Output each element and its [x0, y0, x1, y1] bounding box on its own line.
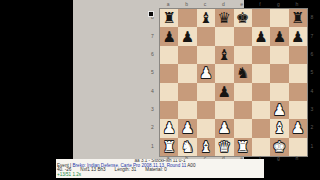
material-balance: Material: 0 — [145, 168, 166, 173]
black-queen: ♛ — [218, 9, 231, 27]
white-rook: ♜ — [162, 138, 175, 156]
white-bishop: ♝ — [273, 119, 286, 137]
square-c2[interactable] — [197, 119, 215, 137]
square-f1[interactable] — [252, 138, 270, 156]
square-g1[interactable]: ♚ — [270, 138, 288, 156]
rank-label-4: 4 — [308, 82, 316, 100]
square-e8[interactable]: ♚ — [234, 9, 252, 27]
square-c7[interactable] — [197, 27, 215, 45]
file-label-a: a — [159, 1, 177, 7]
file-labels-top: abcdefgh — [159, 1, 306, 7]
board-panel: abcdefgh 87654321 ♜♝♛♚♜♟♟♟♟♟♝♟♞♟♟♟♟♟♝♟♜♞… — [73, 0, 244, 159]
square-d2[interactable]: ♟ — [215, 119, 233, 137]
file-label-b: b — [177, 1, 195, 7]
square-c5[interactable]: ♟ — [197, 64, 215, 82]
square-a4[interactable] — [160, 83, 178, 101]
white-bishop: ♝ — [199, 138, 212, 156]
square-g6[interactable] — [270, 46, 288, 64]
square-h8[interactable]: ♜ — [289, 9, 307, 27]
square-h7[interactable]: ♟ — [289, 27, 307, 45]
black-rook: ♜ — [291, 9, 304, 27]
square-g4[interactable] — [270, 83, 288, 101]
white-pawn: ♟ — [218, 119, 231, 137]
square-e6[interactable] — [234, 46, 252, 64]
square-f5[interactable] — [252, 64, 270, 82]
rank-label-1: 1 — [147, 137, 158, 155]
file-label-c: c — [196, 1, 214, 7]
video-frame: abcdefgh 87654321 ♜♝♛♚♜♟♟♟♟♟♝♟♞♟♟♟♟♟♝♟♜♞… — [0, 0, 320, 180]
square-a1[interactable]: ♜ — [160, 138, 178, 156]
white-pawn: ♟ — [181, 119, 194, 137]
white-king: ♚ — [273, 138, 286, 156]
square-f6[interactable] — [252, 46, 270, 64]
black-pawn: ♟ — [181, 28, 194, 46]
square-g8[interactable] — [270, 9, 288, 27]
black-king: ♚ — [236, 9, 249, 27]
file-label-f: f — [251, 1, 269, 7]
square-a7[interactable]: ♟ — [160, 27, 178, 45]
square-e5[interactable]: ♞ — [234, 64, 252, 82]
square-b1[interactable]: ♞ — [178, 138, 196, 156]
white-pawn: ♟ — [162, 119, 175, 137]
square-b2[interactable]: ♟ — [178, 119, 196, 137]
file-label-g: g — [269, 155, 287, 161]
square-b6[interactable] — [178, 46, 196, 64]
black-rook: ♜ — [162, 9, 175, 27]
square-d6[interactable]: ♝ — [215, 46, 233, 64]
white-queen: ♛ — [218, 138, 231, 156]
square-f4[interactable] — [252, 83, 270, 101]
rank-labels-left: 87654321 — [147, 8, 158, 155]
rank-label-5: 5 — [147, 63, 158, 81]
rank-label-7: 7 — [147, 26, 158, 44]
square-e1[interactable]: ♜ — [234, 138, 252, 156]
black-pawn: ♟ — [291, 28, 304, 46]
square-d8[interactable]: ♛ — [215, 9, 233, 27]
black-knight: ♞ — [236, 64, 249, 82]
square-f3[interactable] — [252, 101, 270, 119]
white-rook: ♜ — [236, 138, 249, 156]
rank-labels-right: 87654321 — [308, 8, 316, 155]
rank-label-6: 6 — [308, 45, 316, 63]
event-eco-code: A00 — [186, 163, 195, 168]
square-g5[interactable] — [270, 64, 288, 82]
rank-label-5: 5 — [308, 63, 316, 81]
rank-label-6: 6 — [147, 45, 158, 63]
square-e7[interactable] — [234, 27, 252, 45]
file-label-e: e — [233, 1, 251, 7]
file-label-g: g — [269, 1, 287, 7]
square-c3[interactable] — [197, 101, 215, 119]
file-label-d: d — [214, 1, 232, 7]
rank-label-3: 3 — [147, 100, 158, 118]
square-b7[interactable]: ♟ — [178, 27, 196, 45]
rank-label-4: 4 — [147, 82, 158, 100]
square-g7[interactable]: ♟ — [270, 27, 288, 45]
square-h6[interactable] — [289, 46, 307, 64]
black-pawn: ♟ — [254, 28, 267, 46]
square-b3[interactable] — [178, 101, 196, 119]
side-to-move-indicator — [148, 11, 154, 17]
white-pawn: ♟ — [199, 64, 212, 82]
white-pawn: ♟ — [291, 119, 304, 137]
square-d4[interactable]: ♟ — [215, 83, 233, 101]
square-c6[interactable] — [197, 46, 215, 64]
file-label-h: h — [288, 155, 306, 161]
square-e2[interactable] — [234, 119, 252, 137]
rank-label-2: 2 — [308, 118, 316, 136]
square-b4[interactable] — [178, 83, 196, 101]
square-g3[interactable]: ♟ — [270, 101, 288, 119]
square-a3[interactable] — [160, 101, 178, 119]
square-h4[interactable] — [289, 83, 307, 101]
square-f7[interactable]: ♟ — [252, 27, 270, 45]
black-bishop: ♝ — [218, 46, 231, 64]
rank-label-1: 1 — [308, 137, 316, 155]
square-e3[interactable] — [234, 101, 252, 119]
square-f8[interactable] — [252, 9, 270, 27]
square-h1[interactable] — [289, 138, 307, 156]
square-c4[interactable] — [197, 83, 215, 101]
black-pawn: ♟ — [273, 28, 286, 46]
square-c1[interactable]: ♝ — [197, 138, 215, 156]
square-a6[interactable] — [160, 46, 178, 64]
square-e4[interactable] — [234, 83, 252, 101]
white-knight: ♞ — [181, 138, 194, 156]
square-c8[interactable]: ♝ — [197, 9, 215, 27]
rank-label-2: 2 — [147, 118, 158, 136]
current-move: Nxf1 13 Bh3 — [80, 168, 105, 173]
square-b5[interactable] — [178, 64, 196, 82]
rank-label-3: 3 — [308, 100, 316, 118]
black-bishop: ♝ — [199, 9, 212, 27]
square-a5[interactable] — [160, 64, 178, 82]
square-a8[interactable]: ♜ — [160, 9, 178, 27]
square-a2[interactable]: ♟ — [160, 119, 178, 137]
square-h5[interactable] — [289, 64, 307, 82]
white-pawn: ♟ — [273, 101, 286, 119]
square-d7[interactable] — [215, 27, 233, 45]
square-d1[interactable]: ♛ — [215, 138, 233, 156]
square-d5[interactable] — [215, 64, 233, 82]
black-pawn: ♟ — [218, 83, 231, 101]
square-d3[interactable] — [215, 101, 233, 119]
engine-output-line: +13/51 1.2s — [56, 173, 264, 178]
chess-board: ♜♝♛♚♜♟♟♟♟♟♝♟♞♟♟♟♟♟♝♟♜♞♝♛♜♚ — [159, 8, 308, 157]
file-label-h: h — [288, 1, 306, 7]
square-h2[interactable]: ♟ — [289, 119, 307, 137]
rank-label-8: 8 — [308, 8, 316, 26]
rank-label-7: 7 — [308, 26, 316, 44]
square-g2[interactable]: ♝ — [270, 119, 288, 137]
square-b8[interactable] — [178, 9, 196, 27]
square-f2[interactable] — [252, 119, 270, 137]
game-info-panel: aa 3.1 - StockFish 11 0-1 Event | Breko:… — [56, 159, 264, 178]
black-pawn: ♟ — [162, 28, 175, 46]
square-h3[interactable] — [289, 101, 307, 119]
game-length: Length: 31 — [115, 168, 137, 173]
